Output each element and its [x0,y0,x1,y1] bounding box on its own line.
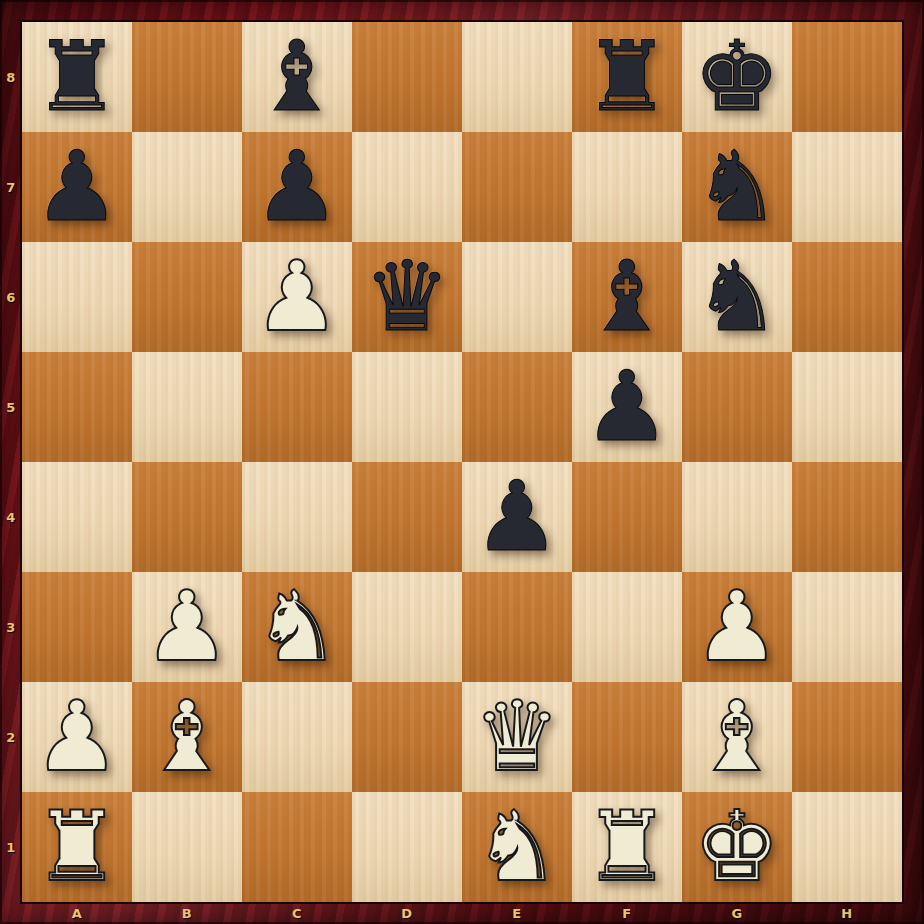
square-a4[interactable] [22,462,132,572]
square-d2[interactable] [352,682,462,792]
piece-black-rook[interactable]: ♜ [584,22,671,132]
square-f8[interactable]: ♜ [572,22,682,132]
piece-white-rook[interactable]: ♜ [584,792,671,902]
square-b7[interactable] [132,132,242,242]
piece-white-bishop[interactable]: ♝ [694,682,781,792]
square-g2[interactable]: ♝ [682,682,792,792]
square-d6[interactable]: ♛ [352,242,462,352]
piece-black-king[interactable]: ♚ [694,22,781,132]
piece-white-knight[interactable]: ♞ [474,792,561,902]
square-b1[interactable] [132,792,242,902]
piece-white-king[interactable]: ♚ [694,792,781,902]
square-h8[interactable] [792,22,902,132]
square-e1[interactable]: ♞ [462,792,572,902]
piece-white-bishop[interactable]: ♝ [144,682,231,792]
file-label-g: G [682,902,792,924]
square-e8[interactable] [462,22,572,132]
rank-label-6: 6 [0,242,22,352]
piece-white-queen[interactable]: ♛ [474,682,561,792]
piece-black-pawn[interactable]: ♟ [254,132,341,242]
file-label-a: A [22,902,132,924]
piece-white-rook[interactable]: ♜ [34,792,121,902]
piece-black-knight[interactable]: ♞ [694,242,781,352]
square-c8[interactable]: ♝ [242,22,352,132]
square-f5[interactable]: ♟ [572,352,682,462]
square-b4[interactable] [132,462,242,572]
square-c3[interactable]: ♞ [242,572,352,682]
square-h4[interactable] [792,462,902,572]
piece-white-knight[interactable]: ♞ [254,572,341,682]
square-c5[interactable] [242,352,352,462]
board-frame: ♜♝♜♚♟♟♞♟♛♝♞♟♟♟♞♟♟♝♛♝♜♞♜♚ 87654321ABCDEFG… [0,0,924,924]
file-label-b: B [132,902,242,924]
square-f1[interactable]: ♜ [572,792,682,902]
square-a7[interactable]: ♟ [22,132,132,242]
square-b8[interactable] [132,22,242,132]
square-e3[interactable] [462,572,572,682]
square-a1[interactable]: ♜ [22,792,132,902]
piece-white-pawn[interactable]: ♟ [254,242,341,352]
square-h6[interactable] [792,242,902,352]
square-a8[interactable]: ♜ [22,22,132,132]
square-b3[interactable]: ♟ [132,572,242,682]
square-b6[interactable] [132,242,242,352]
piece-black-knight[interactable]: ♞ [694,132,781,242]
square-a5[interactable] [22,352,132,462]
rank-label-7: 7 [0,132,22,242]
square-h1[interactable] [792,792,902,902]
piece-black-bishop[interactable]: ♝ [584,242,671,352]
square-e7[interactable] [462,132,572,242]
piece-black-queen[interactable]: ♛ [364,242,451,352]
piece-black-pawn[interactable]: ♟ [34,132,121,242]
piece-black-pawn[interactable]: ♟ [584,352,671,462]
rank-label-5: 5 [0,352,22,462]
square-g7[interactable]: ♞ [682,132,792,242]
square-a3[interactable] [22,572,132,682]
square-c7[interactable]: ♟ [242,132,352,242]
rank-label-3: 3 [0,572,22,682]
square-f2[interactable] [572,682,682,792]
square-d7[interactable] [352,132,462,242]
square-f3[interactable] [572,572,682,682]
square-g6[interactable]: ♞ [682,242,792,352]
file-label-c: C [242,902,352,924]
square-g4[interactable] [682,462,792,572]
file-label-e: E [462,902,572,924]
square-c6[interactable]: ♟ [242,242,352,352]
square-h5[interactable] [792,352,902,462]
square-f7[interactable] [572,132,682,242]
square-e6[interactable] [462,242,572,352]
rank-label-1: 1 [0,792,22,902]
square-h2[interactable] [792,682,902,792]
square-a2[interactable]: ♟ [22,682,132,792]
square-h3[interactable] [792,572,902,682]
square-a6[interactable] [22,242,132,352]
piece-black-bishop[interactable]: ♝ [254,22,341,132]
square-d8[interactable] [352,22,462,132]
square-h7[interactable] [792,132,902,242]
square-d1[interactable] [352,792,462,902]
square-c1[interactable] [242,792,352,902]
file-label-f: F [572,902,682,924]
square-g5[interactable] [682,352,792,462]
square-c2[interactable] [242,682,352,792]
piece-white-pawn[interactable]: ♟ [144,572,231,682]
piece-black-pawn[interactable]: ♟ [474,462,561,572]
piece-white-pawn[interactable]: ♟ [34,682,121,792]
square-d5[interactable] [352,352,462,462]
square-e4[interactable]: ♟ [462,462,572,572]
square-d3[interactable] [352,572,462,682]
rank-label-4: 4 [0,462,22,572]
rank-label-8: 8 [0,22,22,132]
piece-black-rook[interactable]: ♜ [34,22,121,132]
square-b5[interactable] [132,352,242,462]
square-g1[interactable]: ♚ [682,792,792,902]
square-b2[interactable]: ♝ [132,682,242,792]
rank-label-2: 2 [0,682,22,792]
square-f4[interactable] [572,462,682,572]
square-g3[interactable]: ♟ [682,572,792,682]
square-f6[interactable]: ♝ [572,242,682,352]
square-e5[interactable] [462,352,572,462]
square-d4[interactable] [352,462,462,572]
square-e2[interactable]: ♛ [462,682,572,792]
piece-white-pawn[interactable]: ♟ [694,572,781,682]
file-label-d: D [352,902,462,924]
chess-board: ♜♝♜♚♟♟♞♟♛♝♞♟♟♟♞♟♟♝♛♝♜♞♜♚ [22,22,902,902]
file-label-h: H [792,902,902,924]
square-g8[interactable]: ♚ [682,22,792,132]
square-c4[interactable] [242,462,352,572]
